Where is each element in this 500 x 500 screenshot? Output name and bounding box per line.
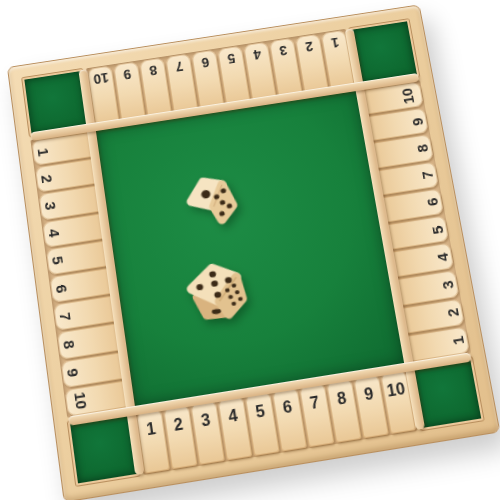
tile-number: 4	[46, 228, 62, 238]
die-2[interactable]	[181, 259, 249, 327]
shut-the-box-board: 12345678910 12345678910	[7, 4, 500, 500]
tile-number: 4	[252, 48, 262, 62]
tile-number: 2	[444, 307, 460, 318]
tile-number: 8	[414, 143, 430, 153]
tile-number: 7	[174, 59, 184, 73]
tile-number: 2	[39, 174, 55, 184]
tile-number: 5	[255, 403, 267, 421]
tile-number: 9	[409, 117, 425, 127]
tile-number: 2	[304, 40, 314, 54]
tile-number: 6	[53, 283, 69, 294]
tile-number: 6	[424, 197, 440, 207]
tile-number: 5	[226, 52, 236, 66]
tile-number: 1	[145, 421, 156, 439]
tile-number: 10	[399, 87, 416, 105]
tile-number: 7	[309, 394, 321, 412]
tile-number: 9	[65, 368, 81, 379]
tile-number: 8	[148, 63, 157, 77]
tile-number: 1	[330, 36, 340, 50]
tile-number: 10	[92, 71, 109, 86]
tile-number: 6	[282, 399, 294, 417]
tile-number: 8	[61, 339, 77, 350]
die-1[interactable]	[176, 168, 242, 234]
tile-number: 7	[419, 170, 435, 180]
tile-number: 4	[227, 407, 239, 425]
tile-number: 1	[449, 336, 465, 347]
tile-number: 7	[57, 311, 73, 322]
tile-number: 3	[439, 280, 455, 291]
tile-number: 1	[35, 147, 51, 157]
die-2-graphic	[181, 259, 249, 327]
tile-number: 10	[386, 381, 407, 400]
tile-number: 3	[42, 201, 58, 211]
tile-number: 9	[363, 386, 375, 404]
board-perspective-wrapper: 12345678910 12345678910	[7, 4, 500, 500]
tile-number: 5	[50, 256, 66, 267]
die-1-graphic	[176, 168, 242, 234]
tile-number: 8	[336, 390, 348, 408]
tile-number: 4	[434, 252, 450, 262]
tile-number: 9	[122, 67, 131, 81]
tile-number: 6	[200, 55, 210, 69]
product-photo-background: 12345678910 12345678910	[0, 0, 500, 500]
tile-number: 5	[429, 224, 445, 234]
tile-number: 3	[200, 412, 211, 430]
tile-number: 3	[278, 44, 288, 58]
felt-playing-area	[95, 90, 405, 407]
tile-number: 10	[72, 391, 89, 410]
tile-number: 2	[173, 416, 184, 434]
